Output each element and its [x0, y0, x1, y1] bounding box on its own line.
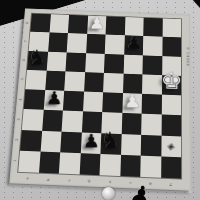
square-d4[interactable] — [83, 92, 104, 113]
rank-label-2: 2 — [15, 139, 19, 141]
square-c2[interactable] — [60, 131, 81, 153]
square-g3[interactable] — [141, 114, 161, 135]
square-g2[interactable] — [141, 134, 161, 156]
square-c6[interactable] — [65, 52, 85, 72]
rank-label-8: 8 — [25, 22, 29, 24]
square-a6[interactable]: ♞ — [27, 51, 48, 71]
square-g7[interactable] — [143, 36, 162, 56]
board-logo-ornament: ◈ — [167, 141, 176, 152]
photo-frame: ♟♟♞♚♟♟♟♞◈ abcdefgh 87654321 © CHESS ♟ — [0, 0, 200, 200]
square-b6[interactable] — [46, 51, 66, 71]
square-a3[interactable] — [22, 109, 43, 130]
square-c1[interactable] — [59, 152, 80, 174]
square-h4[interactable] — [161, 95, 181, 116]
square-h3[interactable] — [161, 115, 181, 136]
black-pawn[interactable]: ♟ — [125, 35, 142, 52]
white-pawn[interactable]: ♟ — [88, 15, 105, 32]
square-f4[interactable]: ♟ — [122, 93, 142, 114]
square-e1[interactable] — [100, 154, 121, 176]
square-c5[interactable] — [64, 71, 84, 91]
file-label-e: e — [108, 181, 112, 183]
square-a1[interactable] — [18, 150, 40, 172]
square-e6[interactable] — [104, 53, 124, 73]
board-grid: ♟♟♞♚♟♟♟♞◈ — [18, 14, 181, 179]
square-d6[interactable] — [85, 53, 105, 73]
file-label-c: c — [67, 179, 71, 181]
square-d2[interactable]: ♟ — [80, 132, 101, 154]
rank-label-6: 6 — [22, 59, 26, 61]
white-king[interactable]: ♚ — [160, 69, 183, 92]
square-h2[interactable]: ◈ — [161, 135, 181, 157]
square-d7[interactable] — [86, 34, 106, 53]
square-b1[interactable] — [39, 151, 61, 173]
square-e2[interactable]: ♞ — [100, 133, 121, 155]
square-e4[interactable] — [102, 92, 122, 113]
square-h8[interactable] — [162, 18, 181, 37]
black-pawn[interactable]: ♟ — [82, 131, 100, 150]
offboard-black-piece[interactable]: ♟ — [127, 181, 154, 200]
square-e5[interactable] — [103, 73, 123, 93]
chess-board: ♟♟♞♚♟♟♟♞◈ abcdefgh 87654321 © CHESS — [9, 8, 191, 190]
square-d1[interactable] — [79, 153, 100, 175]
black-knight[interactable]: ♞ — [100, 129, 122, 152]
square-h5[interactable]: ♚ — [162, 75, 182, 95]
square-e8[interactable] — [106, 16, 125, 35]
black-pawn[interactable]: ♟ — [45, 89, 62, 107]
square-a5[interactable] — [25, 70, 46, 90]
square-b7[interactable] — [48, 33, 68, 52]
square-g5[interactable] — [142, 74, 162, 94]
square-a2[interactable] — [20, 130, 42, 152]
square-b3[interactable] — [42, 110, 63, 131]
square-h7[interactable] — [162, 37, 181, 57]
square-f1[interactable] — [120, 155, 141, 177]
rank-label-5: 5 — [20, 78, 24, 80]
square-f2[interactable] — [121, 134, 142, 156]
square-a8[interactable] — [30, 14, 50, 33]
square-f7[interactable]: ♟ — [124, 35, 143, 55]
square-c7[interactable] — [67, 33, 87, 52]
rank-label-1: 1 — [13, 160, 17, 162]
square-g4[interactable] — [142, 94, 162, 115]
rank-label-7: 7 — [24, 40, 28, 42]
square-e7[interactable] — [105, 35, 125, 55]
file-label-b: b — [46, 178, 50, 180]
square-f3[interactable] — [121, 113, 141, 134]
file-label-a: a — [26, 177, 30, 179]
square-d5[interactable] — [84, 72, 104, 92]
rank-label-4: 4 — [19, 98, 23, 100]
offboard-white-piece[interactable] — [102, 187, 115, 200]
square-b4[interactable]: ♟ — [43, 90, 64, 111]
file-label-h: h — [169, 183, 173, 185]
square-g1[interactable] — [140, 155, 161, 177]
square-c4[interactable] — [63, 91, 84, 112]
white-pawn[interactable]: ♟ — [123, 92, 141, 110]
square-c3[interactable] — [62, 111, 83, 132]
square-h1[interactable] — [161, 156, 181, 178]
square-b8[interactable] — [49, 14, 69, 33]
black-knight[interactable]: ♞ — [28, 47, 48, 68]
rank-label-3: 3 — [17, 118, 21, 120]
square-f6[interactable] — [123, 54, 143, 74]
square-g8[interactable] — [143, 18, 162, 37]
brand-label: © CHESS — [183, 46, 190, 66]
square-c8[interactable] — [68, 15, 88, 34]
file-label-d: d — [87, 180, 91, 182]
square-g6[interactable] — [142, 55, 161, 75]
square-a4[interactable] — [24, 89, 45, 110]
square-b2[interactable] — [40, 130, 61, 152]
square-d8[interactable]: ♟ — [87, 16, 107, 35]
